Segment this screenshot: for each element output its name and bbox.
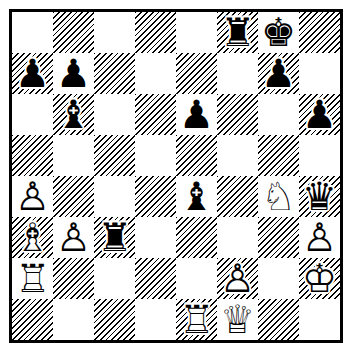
black-king-icon: ♚ — [261, 12, 296, 51]
square-c3[interactable]: ♜♜ — [94, 217, 135, 258]
piece-black-bishop-e4[interactable]: ♝♝ — [176, 176, 217, 217]
white-knight-icon: ♘ — [261, 176, 296, 215]
square-d2[interactable] — [135, 258, 176, 299]
piece-white-pawn-a4[interactable]: ♟♙ — [12, 176, 53, 217]
square-b2[interactable] — [53, 258, 94, 299]
piece-white-rook-a2[interactable]: ♜♖ — [12, 258, 53, 299]
square-b7[interactable]: ♟♟ — [53, 53, 94, 94]
piece-white-bishop-a3[interactable]: ♝♗ — [12, 217, 53, 258]
square-h6[interactable]: ♟♟ — [299, 94, 340, 135]
piece-black-queen-h4[interactable]: ♛♛ — [299, 176, 340, 217]
square-f3[interactable] — [217, 217, 258, 258]
white-bishop-icon: ♗ — [15, 217, 50, 256]
square-e8[interactable] — [176, 12, 217, 53]
white-pawn-icon: ♙ — [15, 176, 50, 215]
square-e2[interactable] — [176, 258, 217, 299]
black-bishop-icon: ♝ — [56, 94, 91, 133]
piece-black-rook-c3[interactable]: ♜♜ — [94, 217, 135, 258]
square-a1[interactable] — [12, 299, 53, 340]
square-b6[interactable]: ♝♝ — [53, 94, 94, 135]
piece-white-queen-f1[interactable]: ♛♕ — [217, 299, 258, 340]
piece-black-pawn-e6[interactable]: ♟♟ — [176, 94, 217, 135]
white-pawn-icon: ♙ — [56, 217, 91, 256]
square-a4[interactable]: ♟♙ — [12, 176, 53, 217]
square-f5[interactable] — [217, 135, 258, 176]
black-rook-icon: ♜ — [220, 12, 255, 51]
black-pawn-icon: ♟ — [302, 94, 337, 133]
square-h1[interactable] — [299, 299, 340, 340]
chessboard: ♜♜♚♚♟♟♟♟♟♟♝♝♟♟♟♟♟♙♝♝♞♘♛♛♝♗♟♙♜♜♟♙♜♖♟♙♚♔♜♖… — [9, 9, 343, 343]
square-d6[interactable] — [135, 94, 176, 135]
piece-black-king-g8[interactable]: ♚♚ — [258, 12, 299, 53]
square-g3[interactable] — [258, 217, 299, 258]
black-bishop-icon: ♝ — [179, 176, 214, 215]
white-rook-icon: ♖ — [179, 299, 214, 338]
square-c6[interactable] — [94, 94, 135, 135]
square-f8[interactable]: ♜♜ — [217, 12, 258, 53]
square-e1[interactable]: ♜♖ — [176, 299, 217, 340]
square-b3[interactable]: ♟♙ — [53, 217, 94, 258]
white-queen-icon: ♕ — [220, 299, 255, 338]
white-pawn-icon: ♙ — [220, 258, 255, 297]
black-pawn-icon: ♟ — [179, 94, 214, 133]
piece-white-pawn-b3[interactable]: ♟♙ — [53, 217, 94, 258]
square-e4[interactable]: ♝♝ — [176, 176, 217, 217]
piece-white-pawn-h3[interactable]: ♟♙ — [299, 217, 340, 258]
square-h5[interactable] — [299, 135, 340, 176]
square-b5[interactable] — [53, 135, 94, 176]
square-f4[interactable] — [217, 176, 258, 217]
square-a5[interactable] — [12, 135, 53, 176]
square-d7[interactable] — [135, 53, 176, 94]
square-b4[interactable] — [53, 176, 94, 217]
square-f7[interactable] — [217, 53, 258, 94]
black-rook-icon: ♜ — [97, 217, 132, 256]
square-d3[interactable] — [135, 217, 176, 258]
square-d8[interactable] — [135, 12, 176, 53]
white-rook-icon: ♖ — [15, 258, 50, 297]
piece-white-pawn-f2[interactable]: ♟♙ — [217, 258, 258, 299]
square-h3[interactable]: ♟♙ — [299, 217, 340, 258]
square-e5[interactable] — [176, 135, 217, 176]
square-h7[interactable] — [299, 53, 340, 94]
square-c5[interactable] — [94, 135, 135, 176]
square-h2[interactable]: ♚♔ — [299, 258, 340, 299]
piece-black-rook-f8[interactable]: ♜♜ — [217, 12, 258, 53]
square-g6[interactable] — [258, 94, 299, 135]
square-g7[interactable]: ♟♟ — [258, 53, 299, 94]
square-d4[interactable] — [135, 176, 176, 217]
square-h4[interactable]: ♛♛ — [299, 176, 340, 217]
piece-black-pawn-b7[interactable]: ♟♟ — [53, 53, 94, 94]
square-g5[interactable] — [258, 135, 299, 176]
square-f2[interactable]: ♟♙ — [217, 258, 258, 299]
square-c2[interactable] — [94, 258, 135, 299]
square-b8[interactable] — [53, 12, 94, 53]
square-e7[interactable] — [176, 53, 217, 94]
white-pawn-icon: ♙ — [302, 217, 337, 256]
square-f6[interactable] — [217, 94, 258, 135]
square-d1[interactable] — [135, 299, 176, 340]
square-e6[interactable]: ♟♟ — [176, 94, 217, 135]
piece-black-pawn-g7[interactable]: ♟♟ — [258, 53, 299, 94]
piece-black-bishop-b6[interactable]: ♝♝ — [53, 94, 94, 135]
square-b1[interactable] — [53, 299, 94, 340]
square-c8[interactable] — [94, 12, 135, 53]
square-e3[interactable] — [176, 217, 217, 258]
square-a3[interactable]: ♝♗ — [12, 217, 53, 258]
black-pawn-icon: ♟ — [261, 53, 296, 92]
square-f1[interactable]: ♛♕ — [217, 299, 258, 340]
square-c1[interactable] — [94, 299, 135, 340]
square-a7[interactable]: ♟♟ — [12, 53, 53, 94]
square-d5[interactable] — [135, 135, 176, 176]
square-c4[interactable] — [94, 176, 135, 217]
square-g4[interactable]: ♞♘ — [258, 176, 299, 217]
piece-white-king-h2[interactable]: ♚♔ — [299, 258, 340, 299]
square-a2[interactable]: ♜♖ — [12, 258, 53, 299]
black-pawn-icon: ♟ — [56, 53, 91, 92]
piece-black-pawn-h6[interactable]: ♟♟ — [299, 94, 340, 135]
square-c7[interactable] — [94, 53, 135, 94]
piece-black-pawn-a7[interactable]: ♟♟ — [12, 53, 53, 94]
black-queen-icon: ♛ — [302, 176, 337, 215]
chess-diagram: ♜♜♚♚♟♟♟♟♟♟♝♝♟♟♟♟♟♙♝♝♞♘♛♛♝♗♟♙♜♜♟♙♜♖♟♙♚♔♜♖… — [0, 0, 350, 350]
square-g1[interactable] — [258, 299, 299, 340]
piece-white-rook-e1[interactable]: ♜♖ — [176, 299, 217, 340]
square-g8[interactable]: ♚♚ — [258, 12, 299, 53]
square-g2[interactable] — [258, 258, 299, 299]
square-a8[interactable] — [12, 12, 53, 53]
piece-white-knight-g4[interactable]: ♞♘ — [258, 176, 299, 217]
square-a6[interactable] — [12, 94, 53, 135]
white-king-icon: ♔ — [302, 258, 337, 297]
black-pawn-icon: ♟ — [15, 53, 50, 92]
square-h8[interactable] — [299, 12, 340, 53]
